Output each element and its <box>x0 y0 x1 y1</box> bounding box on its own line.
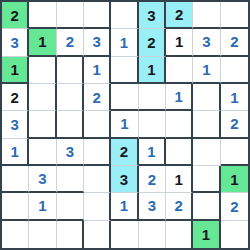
cell-value: 3 <box>148 198 156 213</box>
cell-r6c8[interactable]: 1 <box>221 166 248 193</box>
cell-value: 2 <box>174 198 182 213</box>
cell-r1c2[interactable]: 2 <box>57 29 84 56</box>
cell-value: 3 <box>147 8 155 23</box>
cell-value: 1 <box>10 144 18 159</box>
cell-r4c2[interactable] <box>57 111 84 138</box>
cell-r4c6[interactable] <box>166 111 193 138</box>
cell-r1c3[interactable]: 3 <box>84 29 111 56</box>
cell-r8c3[interactable] <box>84 221 111 248</box>
cell-r8c1[interactable] <box>29 221 56 248</box>
cell-r5c2[interactable]: 3 <box>57 139 84 166</box>
puzzle-board: 23231231213211112211312132133211113221 <box>0 0 250 250</box>
cell-value: 1 <box>174 89 182 104</box>
cell-r5c7[interactable] <box>193 139 220 166</box>
cell-value: 1 <box>120 35 128 50</box>
cell-r0c7[interactable] <box>193 2 220 29</box>
cell-value: 1 <box>10 62 18 77</box>
cell-r2c8[interactable] <box>221 57 248 84</box>
cell-r6c3[interactable] <box>84 166 111 193</box>
cell-r0c0[interactable]: 2 <box>2 2 29 29</box>
cell-r6c6[interactable]: 1 <box>166 166 193 193</box>
cell-r3c3[interactable]: 2 <box>84 84 111 111</box>
cell-r8c8[interactable] <box>221 221 248 248</box>
cell-value: 1 <box>147 144 155 159</box>
cell-r8c2[interactable] <box>57 221 84 248</box>
cell-r0c1[interactable] <box>29 2 56 29</box>
cell-r2c4[interactable] <box>111 57 138 84</box>
cell-r4c1[interactable] <box>29 111 56 138</box>
cell-r2c3[interactable]: 1 <box>84 57 111 84</box>
cell-value: 1 <box>230 90 238 105</box>
cell-r5c5[interactable]: 1 <box>139 139 166 166</box>
cell-r3c0[interactable]: 2 <box>2 84 29 111</box>
cell-value: 3 <box>10 117 18 132</box>
cell-value: 3 <box>202 34 210 49</box>
cell-r8c6[interactable] <box>166 221 193 248</box>
cell-value: 1 <box>147 62 155 77</box>
cell-r5c8[interactable] <box>221 139 248 166</box>
cell-r1c0[interactable]: 3 <box>2 29 29 56</box>
cell-r3c6[interactable]: 1 <box>166 84 193 111</box>
cell-r5c4[interactable]: 2 <box>111 139 138 166</box>
cell-r6c4[interactable]: 3 <box>111 166 138 193</box>
cell-value: 2 <box>230 34 238 49</box>
cell-r3c2[interactable] <box>57 84 84 111</box>
cell-r7c2[interactable] <box>57 193 84 220</box>
cell-r0c8[interactable] <box>221 2 248 29</box>
cell-r8c5[interactable] <box>139 221 166 248</box>
cell-r4c0[interactable]: 3 <box>2 111 29 138</box>
cell-r0c3[interactable] <box>84 2 111 29</box>
cell-value: 2 <box>10 90 18 105</box>
cell-r7c6[interactable]: 2 <box>166 193 193 220</box>
cell-value: 1 <box>38 198 46 213</box>
cell-value: 3 <box>66 144 74 159</box>
cell-r3c4[interactable] <box>111 84 138 111</box>
cell-r1c8[interactable]: 2 <box>221 29 248 56</box>
cell-r1c1[interactable]: 1 <box>29 29 56 56</box>
cell-r6c0[interactable] <box>2 166 29 193</box>
cell-r4c4[interactable]: 1 <box>111 111 138 138</box>
cell-value: 2 <box>92 90 100 105</box>
cell-value: 2 <box>120 144 128 159</box>
cell-r0c4[interactable] <box>111 2 138 29</box>
cell-value: 1 <box>120 116 128 131</box>
cell-r4c3[interactable] <box>84 111 111 138</box>
cell-r3c8[interactable]: 1 <box>221 84 248 111</box>
cell-value: 1 <box>38 34 46 49</box>
cell-r6c2[interactable] <box>57 166 84 193</box>
cell-r3c7[interactable] <box>193 84 220 111</box>
cell-r2c6[interactable] <box>166 57 193 84</box>
cell-value: 2 <box>175 7 183 22</box>
cell-r0c6[interactable]: 2 <box>166 2 193 29</box>
cell-r7c0[interactable] <box>2 193 29 220</box>
cell-r5c0[interactable]: 1 <box>2 139 29 166</box>
cell-r0c5[interactable]: 3 <box>139 2 166 29</box>
cell-r3c5[interactable] <box>139 84 166 111</box>
cell-value: 3 <box>38 171 46 186</box>
cell-r7c1[interactable]: 1 <box>29 193 56 220</box>
cell-r7c8[interactable]: 2 <box>221 193 248 220</box>
cell-r5c6[interactable] <box>166 139 193 166</box>
cell-r2c2[interactable] <box>57 57 84 84</box>
cell-r7c4[interactable]: 1 <box>111 193 138 220</box>
cell-r1c4[interactable]: 1 <box>111 29 138 56</box>
cell-r4c8[interactable]: 2 <box>221 111 248 138</box>
cell-value: 2 <box>230 199 238 214</box>
cell-value: 1 <box>202 227 210 242</box>
cell-r2c0[interactable]: 1 <box>2 57 29 84</box>
cell-r2c7[interactable]: 1 <box>193 57 220 84</box>
cell-r7c7[interactable] <box>193 193 220 220</box>
cell-r8c4[interactable] <box>111 221 138 248</box>
cell-value: 2 <box>147 35 155 50</box>
cell-r5c3[interactable] <box>84 139 111 166</box>
cell-r6c1[interactable]: 3 <box>29 166 56 193</box>
cell-r6c5[interactable]: 2 <box>139 166 166 193</box>
cell-r7c3[interactable] <box>84 193 111 220</box>
cell-r4c7[interactable] <box>193 111 220 138</box>
cell-value: 2 <box>10 8 18 23</box>
cell-r8c0[interactable] <box>2 221 29 248</box>
cell-value: 1 <box>174 172 182 187</box>
cell-value: 1 <box>92 62 100 77</box>
cell-r0c2[interactable] <box>57 2 84 29</box>
cell-value: 3 <box>10 35 18 50</box>
cell-r1c6[interactable]: 1 <box>166 29 193 56</box>
cell-r1c7[interactable]: 3 <box>193 29 220 56</box>
cell-r3c1[interactable] <box>29 84 56 111</box>
cell-r4c5[interactable] <box>139 111 166 138</box>
cell-r8c7[interactable]: 1 <box>193 221 220 248</box>
cell-value: 1 <box>120 198 128 213</box>
cell-value: 1 <box>175 34 183 49</box>
cell-value: 3 <box>92 34 100 49</box>
cell-r2c1[interactable] <box>29 57 56 84</box>
cell-value: 1 <box>202 62 210 77</box>
cell-value: 2 <box>148 172 156 187</box>
cell-r6c7[interactable] <box>193 166 220 193</box>
cell-r2c5[interactable]: 1 <box>139 57 166 84</box>
cell-r1c5[interactable]: 2 <box>139 29 166 56</box>
cell-value: 3 <box>120 172 128 187</box>
cell-value: 1 <box>230 172 238 187</box>
cell-value: 2 <box>230 116 238 131</box>
cell-value: 2 <box>66 34 74 49</box>
cell-r5c1[interactable] <box>29 139 56 166</box>
cell-r7c5[interactable]: 3 <box>139 193 166 220</box>
